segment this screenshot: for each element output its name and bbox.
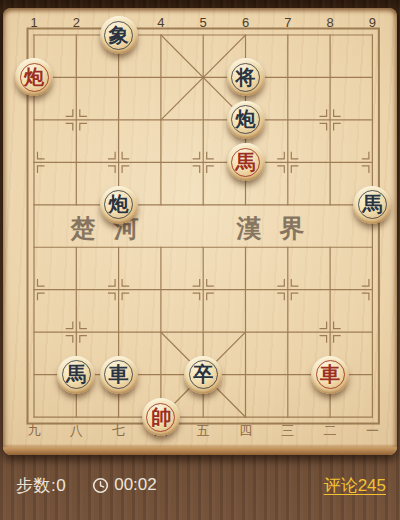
game-timer: 00:02 [92,475,157,495]
file-label-top-2: 2 [73,15,80,30]
piece-character: 帥 [151,407,171,428]
piece-character: 車 [109,364,129,385]
piece-black-馬[interactable]: 馬 [353,186,391,224]
piece-black-馬[interactable]: 馬 [57,356,95,394]
comments-link[interactable]: 评论245 [324,474,386,497]
file-label-bottom-1: 九 [28,422,41,440]
file-label-top-7: 7 [284,15,291,30]
file-label-top-1: 1 [30,15,37,30]
piece-black-卒[interactable]: 卒 [184,356,222,394]
piece-black-象[interactable]: 象 [100,16,138,54]
move-counter-value: 0 [56,476,66,495]
file-label-bottom-2: 八 [70,422,83,440]
move-counter-label: 步数: [16,476,56,495]
piece-character: 炮 [109,194,129,215]
piece-character: 象 [109,25,129,46]
piece-black-炮[interactable]: 炮 [100,186,138,224]
piece-character: 馬 [66,364,86,385]
file-label-top-9: 9 [369,15,376,30]
file-label-top-5: 5 [200,15,207,30]
piece-red-炮[interactable]: 炮 [15,58,53,96]
clock-icon [92,477,109,494]
file-label-bottom-6: 四 [239,422,252,440]
piece-character: 炮 [24,67,44,88]
file-label-top-8: 8 [326,15,333,30]
status-bar: 步数:0 00:02 评论245 [0,456,400,520]
piece-character: 炮 [236,109,256,130]
piece-black-将[interactable]: 将 [227,58,265,96]
xiangqi-app: 楚河 漢界 123456789 九八七六五四三二一 象炮将炮馬炮馬馬車卒車帥 步… [0,0,400,520]
file-label-bottom-3: 七 [112,422,125,440]
file-label-bottom-8: 二 [324,422,337,440]
move-counter: 步数:0 [16,474,66,497]
piece-red-馬[interactable]: 馬 [227,143,265,181]
piece-red-帥[interactable]: 帥 [142,398,180,436]
file-label-top-4: 4 [157,15,164,30]
piece-character: 馬 [362,194,382,215]
file-label-top-6: 6 [242,15,249,30]
piece-character: 馬 [236,152,256,173]
xiangqi-board[interactable]: 楚河 漢界 123456789 九八七六五四三二一 象炮将炮馬炮馬馬車卒車帥 [3,8,397,455]
river-label-right: 漢界 [228,212,323,245]
file-label-bottom-7: 三 [281,422,294,440]
piece-red-車[interactable]: 車 [311,356,349,394]
piece-character: 卒 [193,364,213,385]
file-label-bottom-5: 五 [197,422,210,440]
piece-black-炮[interactable]: 炮 [227,101,265,139]
file-label-bottom-9: 一 [366,422,379,440]
piece-character: 将 [236,67,256,88]
piece-black-車[interactable]: 車 [100,356,138,394]
piece-character: 車 [320,364,340,385]
timer-value: 00:02 [114,475,157,495]
